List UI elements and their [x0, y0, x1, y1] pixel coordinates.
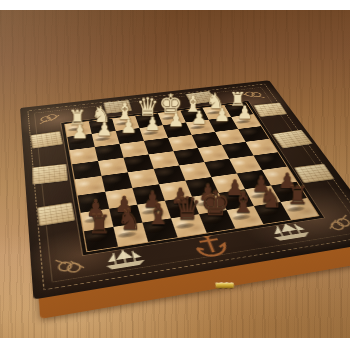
brass-latch-icon[interactable]	[215, 283, 234, 289]
photo-margin-top	[0, 0, 350, 10]
white-pawn[interactable]: ♟	[209, 91, 234, 124]
black-bishop[interactable]: ♝	[228, 176, 259, 216]
photo-scene: ♜♞♝♛♚♝♞♜♟♟♟♟♟♟♟♟♟♟♟♟♟♟♟♟♜♞♝♛♚♝♞♜	[0, 0, 350, 350]
white-pawn[interactable]: ♟	[139, 99, 165, 132]
black-queen[interactable]: ♛	[171, 184, 203, 225]
white-pawn[interactable]: ♟	[186, 94, 212, 127]
white-pawn[interactable]: ♟	[67, 107, 94, 141]
black-rook[interactable]: ♜	[282, 169, 313, 208]
black-knight[interactable]: ♞	[255, 173, 286, 213]
perspective-layer: ♜♞♝♛♚♝♞♜♟♟♟♟♟♟♟♟♟♟♟♟♟♟♟♟♜♞♝♛♚♝♞♜	[0, 0, 350, 350]
black-rook[interactable]: ♜	[83, 196, 115, 238]
photo-margin-bottom	[0, 338, 350, 350]
black-knight[interactable]: ♞	[113, 192, 145, 233]
white-pawn[interactable]: ♟	[163, 96, 189, 129]
chess-box: ♜♞♝♛♚♝♞♜♟♟♟♟♟♟♟♟♟♟♟♟♟♟♟♟♜♞♝♛♚♝♞♜	[20, 80, 350, 299]
black-king[interactable]: ♚	[200, 180, 231, 220]
white-pawn[interactable]: ♟	[115, 102, 141, 136]
black-bishop[interactable]: ♝	[142, 188, 174, 229]
white-pawn[interactable]: ♟	[91, 105, 117, 139]
white-pawn[interactable]: ♟	[232, 89, 257, 122]
